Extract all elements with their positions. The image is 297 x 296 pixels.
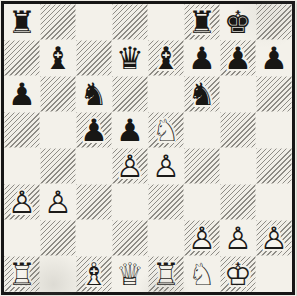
white-pawn-icon: ♟♙ — [184, 220, 220, 256]
square-d3 — [112, 184, 148, 220]
black-pawn-icon: ♟♟ — [220, 40, 256, 76]
square-a6: ♟♟ — [4, 76, 40, 112]
white-bishop-icon: ♝♗ — [76, 256, 112, 292]
white-rook-icon: ♜♖ — [148, 256, 184, 292]
square-f5 — [184, 112, 220, 148]
book-page-scan: ♜♜♜♜♚♚♝♝♛♛♝♝♟♟♟♟♟♟♟♟♞♞♞♞♟♟♟♟♞♘♟♙♟♙♟♙♟♙♟♙… — [0, 0, 297, 296]
square-c6: ♞♞ — [76, 76, 112, 112]
white-pawn-icon: ♟♙ — [220, 220, 256, 256]
square-g8: ♚♚ — [220, 4, 256, 40]
square-a1: ♜♖ — [4, 256, 40, 292]
black-knight-icon: ♞♞ — [76, 76, 112, 112]
white-pawn-icon: ♟♙ — [256, 220, 292, 256]
square-b5 — [40, 112, 76, 148]
black-bishop-icon: ♝♝ — [148, 40, 184, 76]
square-a3: ♟♙ — [4, 184, 40, 220]
square-d4: ♟♙ — [112, 148, 148, 184]
square-e5: ♞♘ — [148, 112, 184, 148]
square-c1: ♝♗ — [76, 256, 112, 292]
square-a2 — [4, 220, 40, 256]
black-rook-icon: ♜♜ — [184, 4, 220, 40]
square-e1: ♜♖ — [148, 256, 184, 292]
square-e2 — [148, 220, 184, 256]
black-pawn-icon: ♟♟ — [184, 40, 220, 76]
square-e3 — [148, 184, 184, 220]
square-b3: ♟♙ — [40, 184, 76, 220]
square-d1: ♛♕ — [112, 256, 148, 292]
square-g7: ♟♟ — [220, 40, 256, 76]
black-pawn-icon: ♟♟ — [256, 40, 292, 76]
white-pawn-icon: ♟♙ — [112, 148, 148, 184]
white-pawn-icon: ♟♙ — [40, 184, 76, 220]
chess-board-frame: ♜♜♜♜♚♚♝♝♛♛♝♝♟♟♟♟♟♟♟♟♞♞♞♞♟♟♟♟♞♘♟♙♟♙♟♙♟♙♟♙… — [1, 1, 295, 295]
white-knight-icon: ♞♘ — [148, 112, 184, 148]
square-b2 — [40, 220, 76, 256]
square-b4 — [40, 148, 76, 184]
square-a7 — [4, 40, 40, 76]
square-d5: ♟♟ — [112, 112, 148, 148]
square-f3 — [184, 184, 220, 220]
white-rook-icon: ♜♖ — [4, 256, 40, 292]
square-c8 — [76, 4, 112, 40]
square-c5: ♟♟ — [76, 112, 112, 148]
chess-board: ♜♜♜♜♚♚♝♝♛♛♝♝♟♟♟♟♟♟♟♟♞♞♞♞♟♟♟♟♞♘♟♙♟♙♟♙♟♙♟♙… — [4, 4, 292, 292]
square-h3 — [256, 184, 292, 220]
white-queen-icon: ♛♕ — [112, 256, 148, 292]
square-h6 — [256, 76, 292, 112]
square-g4 — [220, 148, 256, 184]
square-e4: ♟♙ — [148, 148, 184, 184]
square-d8 — [112, 4, 148, 40]
square-b6 — [40, 76, 76, 112]
black-pawn-icon: ♟♟ — [112, 112, 148, 148]
square-h1 — [256, 256, 292, 292]
square-e6 — [148, 76, 184, 112]
square-f1: ♞♘ — [184, 256, 220, 292]
square-d2 — [112, 220, 148, 256]
square-e8 — [148, 4, 184, 40]
black-knight-icon: ♞♞ — [184, 76, 220, 112]
square-b8 — [40, 4, 76, 40]
square-h5 — [256, 112, 292, 148]
square-f6: ♞♞ — [184, 76, 220, 112]
square-g1: ♚♔ — [220, 256, 256, 292]
black-queen-icon: ♛♛ — [112, 40, 148, 76]
square-g5 — [220, 112, 256, 148]
white-pawn-icon: ♟♙ — [4, 184, 40, 220]
square-d7: ♛♛ — [112, 40, 148, 76]
black-pawn-icon: ♟♟ — [4, 76, 40, 112]
square-f7: ♟♟ — [184, 40, 220, 76]
square-h7: ♟♟ — [256, 40, 292, 76]
square-d6 — [112, 76, 148, 112]
square-c3 — [76, 184, 112, 220]
black-bishop-icon: ♝♝ — [40, 40, 76, 76]
square-a4 — [4, 148, 40, 184]
black-king-icon: ♚♚ — [220, 4, 256, 40]
square-h4 — [256, 148, 292, 184]
white-pawn-icon: ♟♙ — [148, 148, 184, 184]
square-c2 — [76, 220, 112, 256]
square-f2: ♟♙ — [184, 220, 220, 256]
square-b1 — [40, 256, 76, 292]
square-g3 — [220, 184, 256, 220]
square-b7: ♝♝ — [40, 40, 76, 76]
square-f4 — [184, 148, 220, 184]
square-a5 — [4, 112, 40, 148]
square-h8 — [256, 4, 292, 40]
square-f8: ♜♜ — [184, 4, 220, 40]
square-a8: ♜♜ — [4, 4, 40, 40]
square-c7 — [76, 40, 112, 76]
black-pawn-icon: ♟♟ — [76, 112, 112, 148]
square-e7: ♝♝ — [148, 40, 184, 76]
square-h2: ♟♙ — [256, 220, 292, 256]
white-king-icon: ♚♔ — [220, 256, 256, 292]
square-c4 — [76, 148, 112, 184]
black-rook-icon: ♜♜ — [4, 4, 40, 40]
white-knight-icon: ♞♘ — [184, 256, 220, 292]
square-g2: ♟♙ — [220, 220, 256, 256]
square-g6 — [220, 76, 256, 112]
